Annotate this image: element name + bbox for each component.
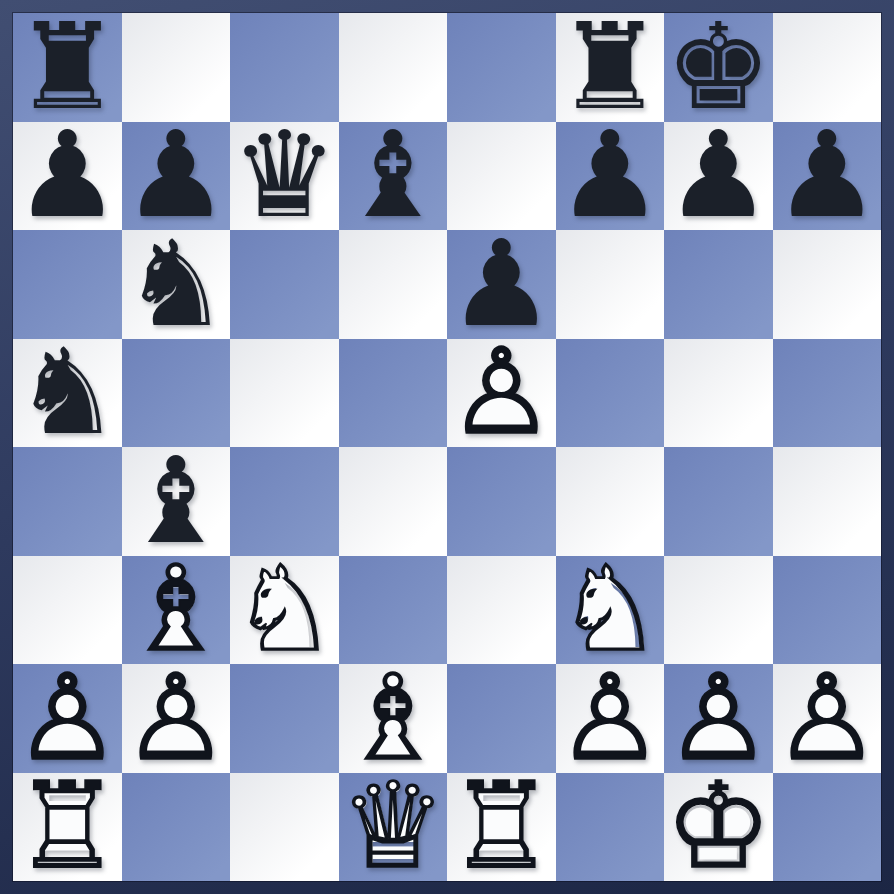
piece-outline-layer: ♙ [664,664,773,773]
piece-outline-layer: ♘ [556,556,665,665]
black-pawn[interactable]: ♟ [773,122,882,231]
square-d6[interactable] [339,230,448,339]
square-g5[interactable] [664,339,773,448]
square-a8[interactable]: ♜ [13,13,122,122]
square-e6[interactable]: ♟ [447,230,556,339]
square-f6[interactable] [556,230,665,339]
black-bishop[interactable]: ♝ [339,122,448,231]
black-king[interactable]: ♚ [664,13,773,122]
square-d2[interactable]: ♝♗ [339,664,448,773]
white-pawn[interactable]: ♟♙ [13,664,122,773]
white-pawn[interactable]: ♟♙ [773,664,882,773]
square-g6[interactable] [664,230,773,339]
square-d4[interactable] [339,447,448,556]
square-e3[interactable] [447,556,556,665]
black-knight[interactable]: ♞ [13,339,122,448]
square-f8[interactable]: ♜ [556,13,665,122]
square-b7[interactable]: ♟ [122,122,231,231]
square-b3[interactable]: ♝♗ [122,556,231,665]
square-a5[interactable]: ♞ [13,339,122,448]
white-pawn[interactable]: ♟♙ [447,339,556,448]
square-e1[interactable]: ♜♖ [447,773,556,882]
square-d1[interactable]: ♛♕ [339,773,448,882]
square-e5[interactable]: ♟♙ [447,339,556,448]
square-g1[interactable]: ♚♔ [664,773,773,882]
black-rook[interactable]: ♜ [13,13,122,122]
black-pawn[interactable]: ♟ [13,122,122,231]
white-pawn[interactable]: ♟♙ [664,664,773,773]
white-rook[interactable]: ♜♖ [13,773,122,882]
piece-outline-layer: ♕ [339,773,448,882]
white-knight[interactable]: ♞♘ [230,556,339,665]
white-knight[interactable]: ♞♘ [556,556,665,665]
square-g2[interactable]: ♟♙ [664,664,773,773]
square-h4[interactable] [773,447,882,556]
square-a7[interactable]: ♟ [13,122,122,231]
square-b5[interactable] [122,339,231,448]
square-f2[interactable]: ♟♙ [556,664,665,773]
white-pawn[interactable]: ♟♙ [556,664,665,773]
square-b2[interactable]: ♟♙ [122,664,231,773]
piece-outline-layer: ♙ [556,664,665,773]
square-d8[interactable] [339,13,448,122]
square-a3[interactable] [13,556,122,665]
square-d3[interactable] [339,556,448,665]
white-king[interactable]: ♚♔ [664,773,773,882]
square-c5[interactable] [230,339,339,448]
chess-app: ♜♜♚♟♟♛♝♟♟♟♞♟♞♟♙♝♝♗♞♘♞♘♟♙♟♙♝♗♟♙♟♙♟♙♜♖♛♕♜♖… [0,0,894,894]
white-pawn[interactable]: ♟♙ [122,664,231,773]
white-queen[interactable]: ♛♕ [339,773,448,882]
square-c1[interactable] [230,773,339,882]
square-g3[interactable] [664,556,773,665]
square-c2[interactable] [230,664,339,773]
square-c8[interactable] [230,13,339,122]
black-pawn[interactable]: ♟ [122,122,231,231]
piece-outline-layer: ♙ [13,664,122,773]
square-e4[interactable] [447,447,556,556]
square-f7[interactable]: ♟ [556,122,665,231]
black-queen[interactable]: ♛ [230,122,339,231]
square-f4[interactable] [556,447,665,556]
square-e7[interactable] [447,122,556,231]
square-f3[interactable]: ♞♘ [556,556,665,665]
square-g4[interactable] [664,447,773,556]
square-b4[interactable]: ♝ [122,447,231,556]
piece-outline-layer: ♗ [339,664,448,773]
square-f5[interactable] [556,339,665,448]
black-knight[interactable]: ♞ [122,230,231,339]
piece-outline-layer: ♙ [122,664,231,773]
square-a4[interactable] [13,447,122,556]
piece-outline-layer: ♙ [773,664,882,773]
square-d7[interactable]: ♝ [339,122,448,231]
piece-outline-layer: ♖ [447,773,556,882]
square-f1[interactable] [556,773,665,882]
square-h3[interactable] [773,556,882,665]
square-g7[interactable]: ♟ [664,122,773,231]
white-bishop[interactable]: ♝♗ [122,556,231,665]
black-rook[interactable]: ♜ [556,13,665,122]
square-b6[interactable]: ♞ [122,230,231,339]
square-d5[interactable] [339,339,448,448]
piece-outline-layer: ♘ [230,556,339,665]
square-c6[interactable] [230,230,339,339]
square-e8[interactable] [447,13,556,122]
board-frame: ♜♜♚♟♟♛♝♟♟♟♞♟♞♟♙♝♝♗♞♘♞♘♟♙♟♙♝♗♟♙♟♙♟♙♜♖♛♕♜♖… [0,0,894,894]
square-h1[interactable] [773,773,882,882]
square-h6[interactable] [773,230,882,339]
black-pawn[interactable]: ♟ [447,230,556,339]
square-g8[interactable]: ♚ [664,13,773,122]
piece-outline-layer: ♗ [122,556,231,665]
square-c7[interactable]: ♛ [230,122,339,231]
chess-board: ♜♜♚♟♟♛♝♟♟♟♞♟♞♟♙♝♝♗♞♘♞♘♟♙♟♙♝♗♟♙♟♙♟♙♜♖♛♕♜♖… [13,13,881,881]
square-a2[interactable]: ♟♙ [13,664,122,773]
piece-outline-layer: ♖ [13,773,122,882]
square-b1[interactable] [122,773,231,882]
black-bishop[interactable]: ♝ [122,447,231,556]
square-b8[interactable] [122,13,231,122]
white-bishop[interactable]: ♝♗ [339,664,448,773]
piece-outline-layer: ♔ [664,773,773,882]
square-a6[interactable] [13,230,122,339]
black-pawn[interactable]: ♟ [664,122,773,231]
piece-outline-layer: ♙ [447,339,556,448]
black-pawn[interactable]: ♟ [556,122,665,231]
square-h5[interactable] [773,339,882,448]
square-c4[interactable] [230,447,339,556]
square-h2[interactable]: ♟♙ [773,664,882,773]
square-h8[interactable] [773,13,882,122]
square-h7[interactable]: ♟ [773,122,882,231]
square-c3[interactable]: ♞♘ [230,556,339,665]
square-a1[interactable]: ♜♖ [13,773,122,882]
white-rook[interactable]: ♜♖ [447,773,556,882]
square-e2[interactable] [447,664,556,773]
